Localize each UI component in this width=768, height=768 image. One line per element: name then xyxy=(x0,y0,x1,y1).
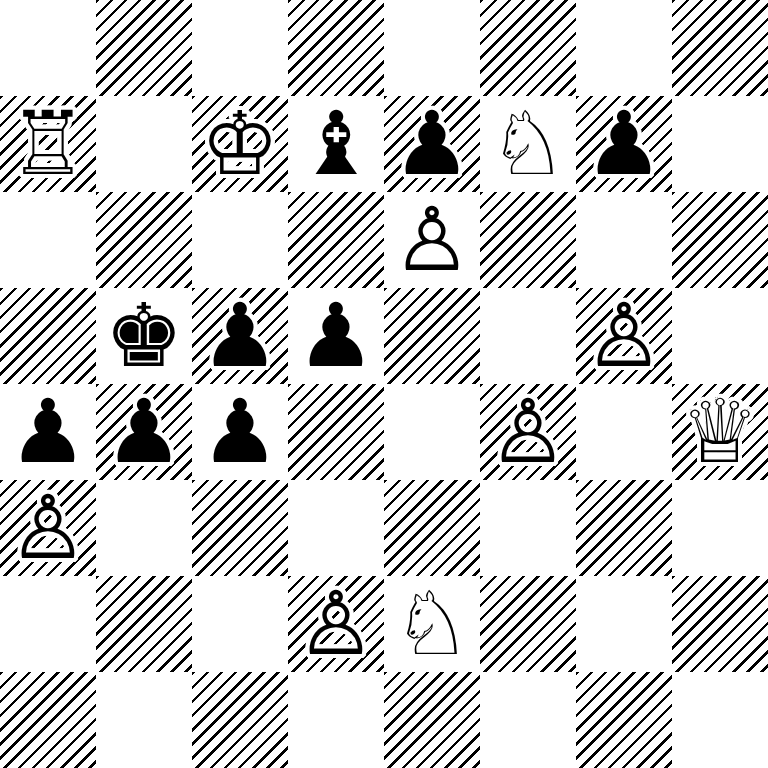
square-e2[interactable]: ♘ xyxy=(384,576,480,672)
square-e3[interactable] xyxy=(384,480,480,576)
square-a5[interactable] xyxy=(0,288,96,384)
square-b8[interactable] xyxy=(96,0,192,96)
square-b1[interactable] xyxy=(96,672,192,768)
square-b6[interactable] xyxy=(96,192,192,288)
square-e5[interactable] xyxy=(384,288,480,384)
square-f3[interactable] xyxy=(480,480,576,576)
white-pawn: ♙ xyxy=(9,480,88,576)
black-bishop: ♝ xyxy=(297,96,376,192)
white-pawn: ♙ xyxy=(585,288,664,384)
black-pawn: ♟ xyxy=(105,384,184,480)
square-d4[interactable] xyxy=(288,384,384,480)
square-b4[interactable]: ♟ xyxy=(96,384,192,480)
white-rook: ♖ xyxy=(9,96,88,192)
square-f1[interactable] xyxy=(480,672,576,768)
square-f4[interactable]: ♙ xyxy=(480,384,576,480)
square-c5[interactable]: ♟ xyxy=(192,288,288,384)
black-pawn: ♟ xyxy=(9,384,88,480)
white-king: ♔ xyxy=(201,96,280,192)
square-b5[interactable]: ♚ xyxy=(96,288,192,384)
square-c3[interactable] xyxy=(192,480,288,576)
square-d1[interactable] xyxy=(288,672,384,768)
square-g3[interactable] xyxy=(576,480,672,576)
square-g8[interactable] xyxy=(576,0,672,96)
square-h2[interactable] xyxy=(672,576,768,672)
square-f7[interactable]: ♘ xyxy=(480,96,576,192)
square-h3[interactable] xyxy=(672,480,768,576)
square-c6[interactable] xyxy=(192,192,288,288)
black-pawn: ♟ xyxy=(201,288,280,384)
white-knight: ♘ xyxy=(489,96,568,192)
white-pawn: ♙ xyxy=(393,192,472,288)
square-b3[interactable] xyxy=(96,480,192,576)
square-e4[interactable] xyxy=(384,384,480,480)
white-queen: ♕ xyxy=(681,384,760,480)
square-a3[interactable]: ♙ xyxy=(0,480,96,576)
square-a2[interactable] xyxy=(0,576,96,672)
square-h4[interactable]: ♕ xyxy=(672,384,768,480)
square-e6[interactable]: ♙ xyxy=(384,192,480,288)
square-b7[interactable] xyxy=(96,96,192,192)
square-g1[interactable] xyxy=(576,672,672,768)
square-a6[interactable] xyxy=(0,192,96,288)
square-g5[interactable]: ♙ xyxy=(576,288,672,384)
white-pawn: ♙ xyxy=(297,576,376,672)
square-c7[interactable]: ♔ xyxy=(192,96,288,192)
black-pawn: ♟ xyxy=(201,384,280,480)
square-c2[interactable] xyxy=(192,576,288,672)
square-h7[interactable] xyxy=(672,96,768,192)
square-h8[interactable] xyxy=(672,0,768,96)
square-e8[interactable] xyxy=(384,0,480,96)
square-g6[interactable] xyxy=(576,192,672,288)
square-d6[interactable] xyxy=(288,192,384,288)
square-c1[interactable] xyxy=(192,672,288,768)
square-d3[interactable] xyxy=(288,480,384,576)
square-d2[interactable]: ♙ xyxy=(288,576,384,672)
square-d5[interactable]: ♟ xyxy=(288,288,384,384)
white-knight: ♘ xyxy=(393,576,472,672)
square-h6[interactable] xyxy=(672,192,768,288)
square-f6[interactable] xyxy=(480,192,576,288)
square-d8[interactable] xyxy=(288,0,384,96)
square-c8[interactable] xyxy=(192,0,288,96)
square-e1[interactable] xyxy=(384,672,480,768)
square-a4[interactable]: ♟ xyxy=(0,384,96,480)
black-pawn: ♟ xyxy=(585,96,664,192)
white-pawn: ♙ xyxy=(489,384,568,480)
square-d7[interactable]: ♝ xyxy=(288,96,384,192)
square-a8[interactable] xyxy=(0,0,96,96)
chess-board: ♖♔♝♟♘♟♙♚♟♟♙♟♟♟♙♕♙♙♘ xyxy=(0,0,768,768)
square-c4[interactable]: ♟ xyxy=(192,384,288,480)
square-g2[interactable] xyxy=(576,576,672,672)
square-f8[interactable] xyxy=(480,0,576,96)
square-g4[interactable] xyxy=(576,384,672,480)
square-b2[interactable] xyxy=(96,576,192,672)
black-pawn: ♟ xyxy=(297,288,376,384)
square-g7[interactable]: ♟ xyxy=(576,96,672,192)
square-h1[interactable] xyxy=(672,672,768,768)
square-h5[interactable] xyxy=(672,288,768,384)
square-a7[interactable]: ♖ xyxy=(0,96,96,192)
square-e7[interactable]: ♟ xyxy=(384,96,480,192)
square-f2[interactable] xyxy=(480,576,576,672)
square-f5[interactable] xyxy=(480,288,576,384)
black-pawn: ♟ xyxy=(393,96,472,192)
black-king: ♚ xyxy=(105,288,184,384)
square-a1[interactable] xyxy=(0,672,96,768)
